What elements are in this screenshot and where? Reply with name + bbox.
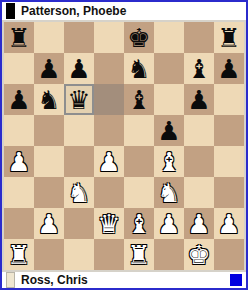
square-f8[interactable] [154, 22, 184, 53]
square-b8[interactable] [34, 22, 64, 53]
square-a7[interactable] [4, 53, 34, 84]
square-h4[interactable] [214, 146, 244, 177]
square-d7[interactable] [94, 53, 124, 84]
black-player-bar: Patterson, Phoebe [2, 2, 246, 20]
chess-game-panel: Patterson, Phoebe ♜♚♜♟♟♞♝♟♟♞♛♝♟♟♟♟♝♞♞♟♛♝… [0, 0, 248, 290]
piece-white-pawn[interactable]: ♟ [97, 149, 120, 175]
square-b3[interactable] [34, 177, 64, 208]
square-d4[interactable]: ♟ [94, 146, 124, 177]
square-g3[interactable] [184, 177, 214, 208]
square-g5[interactable] [184, 115, 214, 146]
piece-white-king[interactable]: ♚ [187, 242, 210, 268]
square-f6[interactable] [154, 84, 184, 115]
square-e8[interactable]: ♚ [124, 22, 154, 53]
square-c2[interactable] [64, 208, 94, 239]
square-g4[interactable] [184, 146, 214, 177]
square-a2[interactable] [4, 208, 34, 239]
square-d2[interactable]: ♛ [94, 208, 124, 239]
piece-black-pawn[interactable]: ♟ [157, 118, 180, 144]
square-f1[interactable] [154, 239, 184, 270]
square-g7[interactable]: ♝ [184, 53, 214, 84]
piece-black-pawn[interactable]: ♟ [37, 56, 60, 82]
square-a5[interactable] [4, 115, 34, 146]
square-a4[interactable]: ♟ [4, 146, 34, 177]
piece-black-queen[interactable]: ♛ [67, 87, 90, 113]
square-c6[interactable]: ♛ [64, 84, 94, 115]
square-h1[interactable] [214, 239, 244, 270]
white-player-name: Ross, Chris [21, 273, 224, 287]
square-h5[interactable] [214, 115, 244, 146]
piece-white-pawn[interactable]: ♟ [187, 211, 210, 237]
square-g8[interactable] [184, 22, 214, 53]
square-c1[interactable] [64, 239, 94, 270]
square-c3[interactable]: ♞ [64, 177, 94, 208]
square-f2[interactable]: ♟ [154, 208, 184, 239]
piece-black-knight[interactable]: ♞ [127, 56, 150, 82]
square-g6[interactable]: ♟ [184, 84, 214, 115]
square-f4[interactable]: ♝ [154, 146, 184, 177]
piece-black-pawn[interactable]: ♟ [7, 87, 30, 113]
square-c8[interactable] [64, 22, 94, 53]
square-a8[interactable]: ♜ [4, 22, 34, 53]
square-d3[interactable] [94, 177, 124, 208]
square-g2[interactable]: ♟ [184, 208, 214, 239]
piece-black-knight[interactable]: ♞ [37, 87, 60, 113]
square-c7[interactable]: ♟ [64, 53, 94, 84]
piece-black-rook[interactable]: ♜ [7, 25, 30, 51]
square-b4[interactable] [34, 146, 64, 177]
piece-white-rook[interactable]: ♜ [7, 242, 30, 268]
square-e4[interactable] [124, 146, 154, 177]
square-e3[interactable] [124, 177, 154, 208]
black-player-name: Patterson, Phoebe [21, 4, 242, 18]
piece-white-bishop[interactable]: ♝ [127, 211, 150, 237]
square-h2[interactable]: ♟ [214, 208, 244, 239]
square-d1[interactable] [94, 239, 124, 270]
piece-black-rook[interactable]: ♜ [217, 25, 240, 51]
piece-white-pawn[interactable]: ♟ [37, 211, 60, 237]
square-d6[interactable] [94, 84, 124, 115]
chess-board: ♜♚♜♟♟♞♝♟♟♞♛♝♟♟♟♟♝♞♞♟♛♝♟♟♟♜♜♚ [4, 22, 244, 270]
square-f7[interactable] [154, 53, 184, 84]
square-c4[interactable] [64, 146, 94, 177]
piece-white-pawn[interactable]: ♟ [7, 149, 30, 175]
piece-white-rook[interactable]: ♜ [127, 242, 150, 268]
piece-black-bishop[interactable]: ♝ [127, 87, 150, 113]
square-b7[interactable]: ♟ [34, 53, 64, 84]
square-h7[interactable]: ♟ [214, 53, 244, 84]
square-a3[interactable] [4, 177, 34, 208]
blue-status-square-icon [230, 274, 242, 286]
square-h6[interactable] [214, 84, 244, 115]
square-b2[interactable]: ♟ [34, 208, 64, 239]
piece-white-pawn[interactable]: ♟ [157, 211, 180, 237]
white-player-color-icon [6, 272, 15, 288]
white-player-bar: Ross, Chris [2, 272, 246, 288]
square-e7[interactable]: ♞ [124, 53, 154, 84]
piece-black-pawn[interactable]: ♟ [217, 56, 240, 82]
square-f5[interactable]: ♟ [154, 115, 184, 146]
square-d5[interactable] [94, 115, 124, 146]
square-b5[interactable] [34, 115, 64, 146]
square-b1[interactable] [34, 239, 64, 270]
square-b6[interactable]: ♞ [34, 84, 64, 115]
piece-black-pawn[interactable]: ♟ [187, 87, 210, 113]
piece-black-king[interactable]: ♚ [127, 25, 150, 51]
piece-white-pawn[interactable]: ♟ [217, 211, 240, 237]
square-f3[interactable]: ♞ [154, 177, 184, 208]
piece-white-knight[interactable]: ♞ [157, 180, 180, 206]
square-e1[interactable]: ♜ [124, 239, 154, 270]
black-player-color-icon [6, 3, 15, 19]
square-a1[interactable]: ♜ [4, 239, 34, 270]
square-e5[interactable] [124, 115, 154, 146]
piece-black-bishop[interactable]: ♝ [187, 56, 210, 82]
square-h8[interactable]: ♜ [214, 22, 244, 53]
piece-white-queen[interactable]: ♛ [97, 211, 120, 237]
square-e6[interactable]: ♝ [124, 84, 154, 115]
square-c5[interactable] [64, 115, 94, 146]
square-a6[interactable]: ♟ [4, 84, 34, 115]
piece-black-pawn[interactable]: ♟ [67, 56, 90, 82]
square-h3[interactable] [214, 177, 244, 208]
piece-white-bishop[interactable]: ♝ [157, 149, 180, 175]
piece-white-knight[interactable]: ♞ [67, 180, 90, 206]
square-e2[interactable]: ♝ [124, 208, 154, 239]
square-d8[interactable] [94, 22, 124, 53]
square-g1[interactable]: ♚ [184, 239, 214, 270]
